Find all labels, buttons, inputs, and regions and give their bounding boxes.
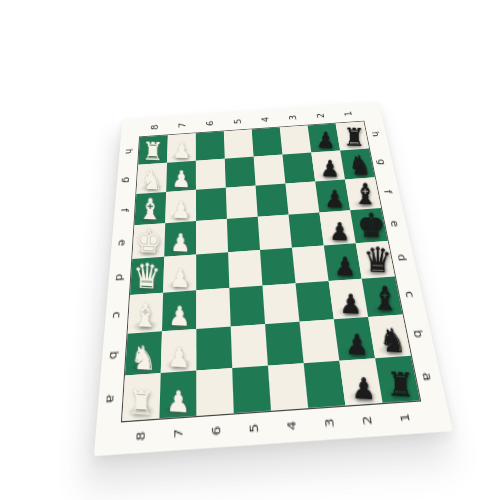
piece-black-pawn-h2: ♟ bbox=[306, 129, 346, 152]
file-label-e: e bbox=[378, 214, 413, 233]
square-b5 bbox=[231, 324, 268, 368]
piece-black-pawn-d2: ♟ bbox=[322, 253, 368, 281]
square-g4 bbox=[254, 155, 286, 186]
square-f5 bbox=[226, 186, 258, 219]
rank-label-6: 6 bbox=[203, 110, 217, 137]
piece-white-queen-d8: ♛ bbox=[124, 258, 170, 295]
file-label-g: g bbox=[366, 154, 398, 170]
square-b4 bbox=[265, 322, 304, 366]
square-f4 bbox=[256, 184, 289, 217]
file-label-f: f bbox=[109, 201, 140, 219]
square-e4 bbox=[258, 215, 292, 250]
square-d8: ♛ bbox=[130, 257, 164, 295]
file-label-g: g bbox=[112, 172, 142, 189]
rank-label-5: 5 bbox=[230, 108, 245, 135]
file-label-h: h bbox=[360, 126, 391, 141]
rank-label-2: 2 bbox=[312, 102, 330, 129]
piece-white-knight-b8: ♞ bbox=[119, 340, 168, 376]
file-label-e: e bbox=[106, 233, 139, 252]
square-a4 bbox=[268, 363, 308, 410]
square-c4 bbox=[262, 283, 299, 324]
rank-label-7: 7 bbox=[175, 112, 189, 139]
file-label-h: h bbox=[114, 144, 143, 160]
rank-label-8: 8 bbox=[147, 114, 162, 141]
square-d4 bbox=[260, 248, 296, 286]
square-a8: ♜ bbox=[122, 373, 161, 421]
square-g5 bbox=[225, 157, 256, 188]
square-c8: ♝ bbox=[128, 293, 164, 334]
chess-mat: 87654321 87654321 hgfedcba hgfedcba ♜♟♟♜… bbox=[94, 103, 453, 457]
piece-white-bishop-c8: ♝ bbox=[122, 299, 169, 334]
piece-black-pawn-b2: ♟ bbox=[332, 330, 382, 361]
file-label-f: f bbox=[372, 183, 406, 200]
square-c5 bbox=[229, 286, 265, 327]
square-b8: ♞ bbox=[125, 331, 162, 375]
square-a5 bbox=[232, 366, 271, 414]
piece-black-pawn-a2: ♟ bbox=[338, 373, 390, 405]
square-e5 bbox=[227, 217, 260, 252]
rank-label-4: 4 bbox=[257, 106, 273, 133]
piece-black-pawn-c2: ♟ bbox=[327, 290, 375, 319]
piece-black-pawn-g2: ♟ bbox=[309, 157, 350, 181]
square-d5 bbox=[228, 250, 262, 288]
photo-scene: 87654321 87654321 hgfedcba hgfedcba ♜♟♟♜… bbox=[0, 0, 500, 500]
rank-label-3: 3 bbox=[284, 104, 301, 131]
piece-white-rook-a8: ♜ bbox=[116, 385, 167, 421]
rank-label-1: 1 bbox=[339, 101, 358, 128]
